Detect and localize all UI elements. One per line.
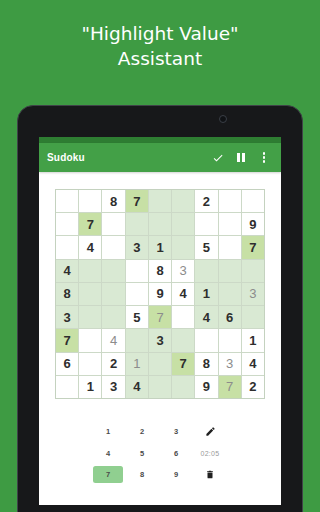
sudoku-cell-r8c1[interactable]: 6 — [56, 353, 78, 375]
sudoku-board: 8727943157483894133574674316217834134972 — [55, 189, 265, 399]
promo-title: "Highlight Value" Assistant — [0, 21, 320, 71]
sudoku-cell-r8c2[interactable] — [79, 353, 101, 375]
sudoku-cell-r8c4[interactable]: 1 — [126, 353, 148, 375]
sudoku-cell-r2c8[interactable] — [219, 213, 241, 235]
timer: 02:05 — [193, 443, 227, 465]
app-toolbar: Sudoku — [39, 143, 281, 172]
sudoku-cell-r3c4[interactable]: 3 — [126, 236, 148, 258]
sudoku-cell-r2c5[interactable] — [149, 213, 171, 235]
sudoku-cell-r1c2[interactable] — [79, 190, 101, 212]
check-icon[interactable] — [211, 151, 225, 165]
sudoku-cell-r5c2[interactable] — [79, 283, 101, 305]
sudoku-cell-r8c3[interactable]: 2 — [102, 353, 124, 375]
sudoku-cell-r5c6[interactable]: 4 — [172, 283, 194, 305]
sudoku-cell-r2c2[interactable]: 7 — [79, 213, 101, 235]
sudoku-cell-r7c2[interactable] — [79, 329, 101, 351]
sudoku-cell-r3c9[interactable]: 7 — [242, 236, 264, 258]
key-6[interactable]: 6 — [159, 443, 193, 465]
sudoku-cell-r4c5[interactable]: 8 — [149, 260, 171, 282]
sudoku-cell-r2c3[interactable] — [102, 213, 124, 235]
vertical-dots — [263, 152, 266, 163]
sudoku-cell-r4c7[interactable] — [195, 260, 217, 282]
sudoku-cell-r2c6[interactable] — [172, 213, 194, 235]
sudoku-cell-r7c3[interactable]: 4 — [102, 329, 124, 351]
key-3[interactable]: 3 — [159, 421, 193, 443]
camera-icon — [219, 115, 227, 123]
app-title: Sudoku — [47, 152, 85, 163]
sudoku-cell-r8c6[interactable]: 7 — [172, 353, 194, 375]
sudoku-cell-r7c6[interactable] — [172, 329, 194, 351]
sudoku-cell-r8c9[interactable]: 4 — [242, 353, 264, 375]
sudoku-cell-r1c6[interactable] — [172, 190, 194, 212]
sudoku-cell-r1c9[interactable] — [242, 190, 264, 212]
sudoku-cell-r4c2[interactable] — [79, 260, 101, 282]
sudoku-cell-r6c9[interactable] — [242, 306, 264, 328]
sudoku-cell-r1c7[interactable]: 2 — [195, 190, 217, 212]
sudoku-cell-r8c7[interactable]: 8 — [195, 353, 217, 375]
sudoku-cell-r7c5[interactable]: 3 — [149, 329, 171, 351]
sudoku-cell-r4c3[interactable] — [102, 260, 124, 282]
sudoku-cell-r6c2[interactable] — [79, 306, 101, 328]
key-8[interactable]: 8 — [125, 464, 159, 486]
sudoku-cell-r3c6[interactable] — [172, 236, 194, 258]
sudoku-cell-r2c4[interactable] — [126, 213, 148, 235]
sudoku-cell-r6c6[interactable] — [172, 306, 194, 328]
sudoku-cell-r9c2[interactable]: 1 — [79, 376, 101, 398]
sudoku-cell-r6c8[interactable]: 6 — [219, 306, 241, 328]
sudoku-cell-r6c1[interactable]: 3 — [56, 306, 78, 328]
sudoku-cell-r3c7[interactable]: 5 — [195, 236, 217, 258]
sudoku-cell-r1c4[interactable]: 7 — [126, 190, 148, 212]
sudoku-cell-r7c1[interactable]: 7 — [56, 329, 78, 351]
screenshot-root: "Highlight Value" Assistant Sudoku — [0, 0, 320, 512]
sudoku-cell-r1c5[interactable] — [149, 190, 171, 212]
sudoku-cell-r9c9[interactable]: 2 — [242, 376, 264, 398]
sudoku-cell-r1c3[interactable]: 8 — [102, 190, 124, 212]
key-1[interactable]: 1 — [91, 421, 125, 443]
sudoku-cell-r6c5[interactable]: 7 — [149, 306, 171, 328]
sudoku-cell-r2c1[interactable] — [56, 213, 78, 235]
sudoku-cell-r5c8[interactable] — [219, 283, 241, 305]
sudoku-cell-r2c9[interactable]: 9 — [242, 213, 264, 235]
overflow-menu-icon[interactable] — [257, 151, 271, 165]
sudoku-cell-r7c9[interactable]: 1 — [242, 329, 264, 351]
sudoku-cell-r9c5[interactable] — [149, 376, 171, 398]
key-4[interactable]: 4 — [91, 443, 125, 465]
promo-title-line1: "Highlight Value" — [0, 21, 320, 46]
toolbar-icons — [211, 151, 271, 165]
key-9[interactable]: 9 — [159, 464, 193, 486]
sudoku-cell-r5c4[interactable] — [126, 283, 148, 305]
sudoku-cell-r3c2[interactable]: 4 — [79, 236, 101, 258]
sudoku-cell-r5c1[interactable]: 8 — [56, 283, 78, 305]
sudoku-cell-r3c3[interactable] — [102, 236, 124, 258]
sudoku-cell-r4c6[interactable]: 3 — [172, 260, 194, 282]
sudoku-cell-r7c7[interactable] — [195, 329, 217, 351]
sudoku-cell-r2c7[interactable] — [195, 213, 217, 235]
sudoku-cell-r3c1[interactable] — [56, 236, 78, 258]
sudoku-cell-r6c4[interactable]: 5 — [126, 306, 148, 328]
sudoku-cell-r4c4[interactable] — [126, 260, 148, 282]
sudoku-cell-r8c8[interactable]: 3 — [219, 353, 241, 375]
sudoku-cell-r9c4[interactable]: 4 — [126, 376, 148, 398]
sudoku-cell-r4c8[interactable] — [219, 260, 241, 282]
sudoku-cell-r5c9[interactable]: 3 — [242, 283, 264, 305]
sudoku-cell-r5c5[interactable]: 9 — [149, 283, 171, 305]
key-2[interactable]: 2 — [125, 421, 159, 443]
sudoku-cell-r4c9[interactable] — [242, 260, 264, 282]
pause-bars — [237, 153, 245, 162]
sudoku-cell-r4c1[interactable]: 4 — [56, 260, 78, 282]
sudoku-cell-r5c3[interactable] — [102, 283, 124, 305]
sudoku-cell-r7c4[interactable] — [126, 329, 148, 351]
sudoku-cell-r9c8[interactable]: 7 — [219, 376, 241, 398]
sudoku-cell-r3c8[interactable] — [219, 236, 241, 258]
keypad: 02:05 123456789 — [91, 421, 227, 486]
sudoku-cell-r9c1[interactable] — [56, 376, 78, 398]
sudoku-cell-r5c7[interactable]: 1 — [195, 283, 217, 305]
sudoku-cell-r8c5[interactable] — [149, 353, 171, 375]
trash-icon[interactable] — [193, 464, 227, 486]
pencil-icon[interactable] — [193, 421, 227, 443]
sudoku-cell-r6c3[interactable] — [102, 306, 124, 328]
promo-title-line2: Assistant — [0, 46, 320, 71]
pause-icon[interactable] — [234, 151, 248, 165]
key-7[interactable]: 7 — [91, 464, 125, 486]
sudoku-cell-r1c1[interactable] — [56, 190, 78, 212]
tablet-frame: Sudoku 872794315748389413357467431621783… — [17, 105, 303, 512]
sudoku-cell-r1c8[interactable] — [219, 190, 241, 212]
app-screen: Sudoku 872794315748389413357467431621783… — [39, 137, 281, 505]
key-5[interactable]: 5 — [125, 443, 159, 465]
sudoku-cell-r7c8[interactable] — [219, 329, 241, 351]
sudoku-cell-r9c7[interactable]: 9 — [195, 376, 217, 398]
sudoku-cell-r9c6[interactable] — [172, 376, 194, 398]
sudoku-cell-r6c7[interactable]: 4 — [195, 306, 217, 328]
sudoku-cell-r9c3[interactable]: 3 — [102, 376, 124, 398]
sudoku-cell-r3c5[interactable]: 1 — [149, 236, 171, 258]
